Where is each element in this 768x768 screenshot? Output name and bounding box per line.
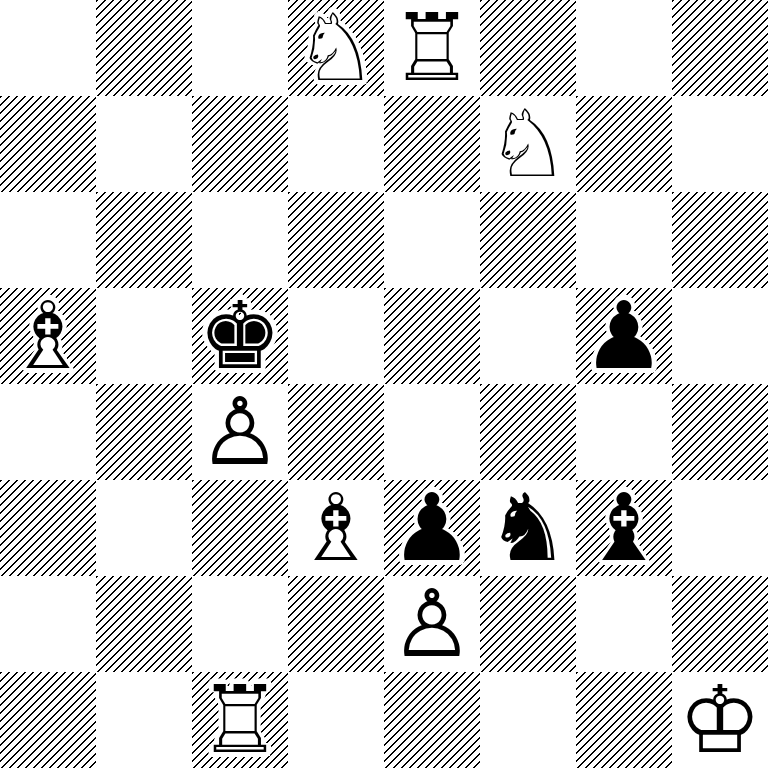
white-rook-icon: ♖ xyxy=(192,672,288,768)
black-bishop-icon: ♝ xyxy=(576,480,672,576)
square-a7[interactable] xyxy=(0,96,96,192)
square-f3[interactable]: ♞♞ xyxy=(480,480,576,576)
square-d7[interactable] xyxy=(288,96,384,192)
square-c2[interactable] xyxy=(192,576,288,672)
square-e4[interactable] xyxy=(384,384,480,480)
square-g3[interactable]: ♝♝ xyxy=(576,480,672,576)
piece-white-bishop-d3[interactable]: ♝♗ xyxy=(288,480,384,576)
square-a5[interactable]: ♝♗ xyxy=(0,288,96,384)
square-b1[interactable] xyxy=(96,672,192,768)
white-pawn-icon: ♙ xyxy=(192,384,288,480)
square-b5[interactable] xyxy=(96,288,192,384)
square-a6[interactable] xyxy=(0,192,96,288)
piece-black-bishop-g3[interactable]: ♝♝ xyxy=(576,480,672,576)
square-h5[interactable] xyxy=(672,288,768,384)
square-b6[interactable] xyxy=(96,192,192,288)
white-bishop-icon: ♗ xyxy=(0,288,96,384)
square-c8[interactable] xyxy=(192,0,288,96)
black-knight-icon: ♞ xyxy=(480,480,576,576)
square-c6[interactable] xyxy=(192,192,288,288)
piece-white-knight-f7[interactable]: ♞♘ xyxy=(480,96,576,192)
square-e3[interactable]: ♟♟ xyxy=(384,480,480,576)
square-c3[interactable] xyxy=(192,480,288,576)
white-rook-icon: ♖ xyxy=(384,0,480,96)
square-e5[interactable] xyxy=(384,288,480,384)
piece-white-king-h1[interactable]: ♚♔ xyxy=(672,672,768,768)
square-d8[interactable]: ♞♘ xyxy=(288,0,384,96)
square-b2[interactable] xyxy=(96,576,192,672)
black-king-icon: ♚ xyxy=(192,288,288,384)
square-g8[interactable] xyxy=(576,0,672,96)
piece-black-knight-f3[interactable]: ♞♞ xyxy=(480,480,576,576)
square-h4[interactable] xyxy=(672,384,768,480)
square-h3[interactable] xyxy=(672,480,768,576)
chess-board: ♞♘♜♖♞♘♝♗♚♚♟♟♟♙♝♗♟♟♞♞♝♝♟♙♜♖♚♔ xyxy=(0,0,768,768)
square-h6[interactable] xyxy=(672,192,768,288)
square-b3[interactable] xyxy=(96,480,192,576)
piece-white-bishop-a5[interactable]: ♝♗ xyxy=(0,288,96,384)
square-a3[interactable] xyxy=(0,480,96,576)
square-g6[interactable] xyxy=(576,192,672,288)
square-c4[interactable]: ♟♙ xyxy=(192,384,288,480)
chess-diagram: ♞♘♜♖♞♘♝♗♚♚♟♟♟♙♝♗♟♟♞♞♝♝♟♙♜♖♚♔ xyxy=(0,0,768,768)
square-a2[interactable] xyxy=(0,576,96,672)
square-c1[interactable]: ♜♖ xyxy=(192,672,288,768)
white-bishop-icon: ♗ xyxy=(288,480,384,576)
square-d6[interactable] xyxy=(288,192,384,288)
square-c5[interactable]: ♚♚ xyxy=(192,288,288,384)
square-a1[interactable] xyxy=(0,672,96,768)
white-knight-icon: ♘ xyxy=(288,0,384,96)
square-h2[interactable] xyxy=(672,576,768,672)
piece-white-pawn-e2[interactable]: ♟♙ xyxy=(384,576,480,672)
square-d2[interactable] xyxy=(288,576,384,672)
square-f8[interactable] xyxy=(480,0,576,96)
square-g7[interactable] xyxy=(576,96,672,192)
piece-black-king-c5[interactable]: ♚♚ xyxy=(192,288,288,384)
black-pawn-icon: ♟ xyxy=(576,288,672,384)
square-e6[interactable] xyxy=(384,192,480,288)
white-knight-icon: ♘ xyxy=(480,96,576,192)
black-pawn-icon: ♟ xyxy=(384,480,480,576)
square-e8[interactable]: ♜♖ xyxy=(384,0,480,96)
square-f5[interactable] xyxy=(480,288,576,384)
square-d3[interactable]: ♝♗ xyxy=(288,480,384,576)
white-pawn-icon: ♙ xyxy=(384,576,480,672)
square-a8[interactable] xyxy=(0,0,96,96)
piece-white-knight-d8[interactable]: ♞♘ xyxy=(288,0,384,96)
square-f1[interactable] xyxy=(480,672,576,768)
square-e1[interactable] xyxy=(384,672,480,768)
square-e2[interactable]: ♟♙ xyxy=(384,576,480,672)
piece-black-pawn-e3[interactable]: ♟♟ xyxy=(384,480,480,576)
square-b4[interactable] xyxy=(96,384,192,480)
piece-white-rook-c1[interactable]: ♜♖ xyxy=(192,672,288,768)
square-f6[interactable] xyxy=(480,192,576,288)
square-f7[interactable]: ♞♘ xyxy=(480,96,576,192)
square-f2[interactable] xyxy=(480,576,576,672)
square-d1[interactable] xyxy=(288,672,384,768)
piece-white-pawn-c4[interactable]: ♟♙ xyxy=(192,384,288,480)
square-d5[interactable] xyxy=(288,288,384,384)
piece-white-rook-e8[interactable]: ♜♖ xyxy=(384,0,480,96)
square-g1[interactable] xyxy=(576,672,672,768)
square-d4[interactable] xyxy=(288,384,384,480)
white-king-icon: ♔ xyxy=(672,672,768,768)
square-a4[interactable] xyxy=(0,384,96,480)
square-b8[interactable] xyxy=(96,0,192,96)
square-h7[interactable] xyxy=(672,96,768,192)
square-c7[interactable] xyxy=(192,96,288,192)
square-f4[interactable] xyxy=(480,384,576,480)
square-e7[interactable] xyxy=(384,96,480,192)
square-g4[interactable] xyxy=(576,384,672,480)
square-h1[interactable]: ♚♔ xyxy=(672,672,768,768)
square-g5[interactable]: ♟♟ xyxy=(576,288,672,384)
square-h8[interactable] xyxy=(672,0,768,96)
piece-black-pawn-g5[interactable]: ♟♟ xyxy=(576,288,672,384)
square-b7[interactable] xyxy=(96,96,192,192)
square-g2[interactable] xyxy=(576,576,672,672)
